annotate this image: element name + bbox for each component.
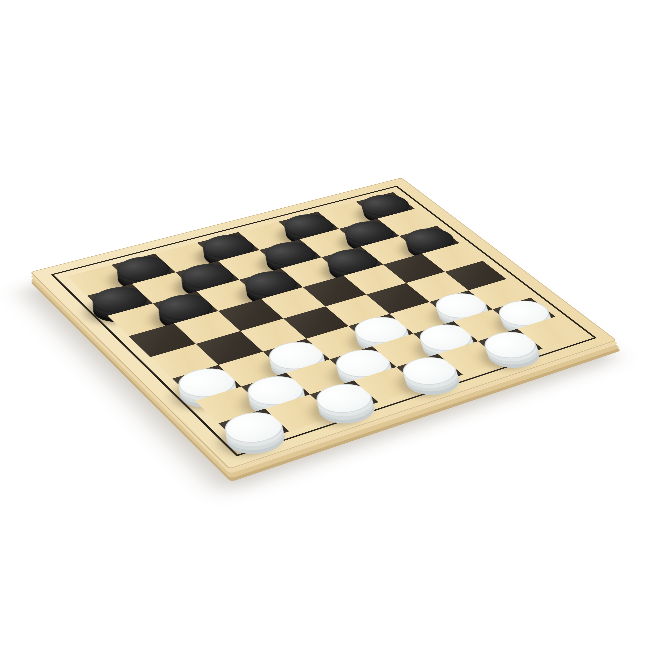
photo-background: Wooden checkers (draughts) board, angled… [0, 0, 660, 660]
checkers-board: ⛂⛂⛂⛂⛂⛂⛂⛂⛂⛂⛂⛂⛀⛀⛀⛀⛀⛀⛀⛀⛀⛀⛀⛀ [30, 178, 617, 470]
board-grid: ⛂⛂⛂⛂⛂⛂⛂⛂⛂⛂⛂⛂⛀⛀⛀⛀⛀⛀⛀⛀⛀⛀⛀⛀ [67, 192, 581, 446]
